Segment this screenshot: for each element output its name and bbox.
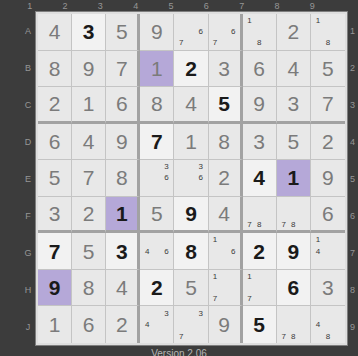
digit-C3: 6 xyxy=(116,93,128,114)
digit-J3: 2 xyxy=(116,314,128,335)
cell-B4[interactable]: 1 xyxy=(140,51,174,88)
cell-J1[interactable]: 1 xyxy=(38,306,72,343)
digit-D7: 3 xyxy=(253,131,265,152)
cell-E8[interactable]: 1 xyxy=(277,160,311,197)
cell-G9[interactable]: 14 xyxy=(311,233,345,270)
cell-C7[interactable]: 9 xyxy=(243,87,277,124)
candidate-marks-A6: 67 xyxy=(211,15,238,49)
cell-E6[interactable]: 2 xyxy=(209,160,243,197)
cell-D9[interactable]: 2 xyxy=(311,124,345,161)
cell-A7[interactable]: 18 xyxy=(243,14,277,51)
digit-C5: 4 xyxy=(185,93,197,114)
digit-F6: 4 xyxy=(218,203,230,224)
candidate-marks-J5: 37 xyxy=(176,307,205,342)
digit-F4: 5 xyxy=(151,203,163,224)
candidate-marks-J4: 34 xyxy=(142,307,171,342)
cell-F8[interactable]: 78 xyxy=(277,197,311,234)
cell-H6[interactable]: 17 xyxy=(209,270,243,307)
candidate-marks-F8: 78 xyxy=(279,198,308,230)
digit-J6: 9 xyxy=(218,314,230,335)
cell-G2[interactable]: 5 xyxy=(72,233,106,270)
digit-B7: 6 xyxy=(253,58,265,79)
row-number-4: 4 xyxy=(347,124,358,161)
row-label-H: H xyxy=(20,271,36,308)
row-label-A: A xyxy=(20,13,36,50)
cell-D5[interactable]: 1 xyxy=(174,124,208,161)
row-label-E: E xyxy=(20,161,36,198)
digit-E7: 4 xyxy=(253,167,265,188)
cell-J9[interactable]: 48 xyxy=(311,306,345,343)
cell-F6[interactable]: 4 xyxy=(209,197,243,234)
digit-G5: 8 xyxy=(185,241,197,262)
cell-J5[interactable]: 37 xyxy=(174,306,208,343)
cell-F4[interactable]: 5 xyxy=(140,197,174,234)
cell-H3[interactable]: 4 xyxy=(106,270,140,307)
digit-B3: 7 xyxy=(116,58,128,79)
cell-A2[interactable]: 3 xyxy=(72,14,106,51)
cell-D1[interactable]: 6 xyxy=(38,124,72,161)
digit-H9: 3 xyxy=(322,277,334,298)
digit-G1: 7 xyxy=(49,241,61,262)
candidate-marks-E4: 36 xyxy=(142,161,171,195)
digit-C1: 2 xyxy=(49,93,61,114)
cell-G1[interactable]: 7 xyxy=(38,233,72,270)
cell-H1[interactable]: 9 xyxy=(38,270,72,307)
cell-C8[interactable]: 3 xyxy=(277,87,311,124)
cell-J8[interactable]: 78 xyxy=(277,306,311,343)
digit-C4: 8 xyxy=(151,93,163,114)
digit-A1: 4 xyxy=(49,21,61,42)
row-number-9: 9 xyxy=(347,308,358,345)
cell-F7[interactable]: 78 xyxy=(243,197,277,234)
digit-G3: 3 xyxy=(116,241,128,262)
cell-A3[interactable]: 5 xyxy=(106,14,140,51)
cell-J7[interactable]: 5 xyxy=(243,306,277,343)
digit-B4: 1 xyxy=(151,58,163,79)
digit-A8: 2 xyxy=(287,21,299,42)
cell-D3[interactable]: 9 xyxy=(106,124,140,161)
sudoku-grid: 4359676718218897123645216845937649718352… xyxy=(36,12,347,345)
row-labels-right: 123456789 xyxy=(347,13,358,345)
candidate-marks-A5: 67 xyxy=(176,15,205,49)
digit-G7: 2 xyxy=(253,241,265,262)
cell-H4[interactable]: 2 xyxy=(140,270,174,307)
digit-B2: 9 xyxy=(83,58,95,79)
candidate-marks-G6: 16 xyxy=(211,234,238,268)
cell-B8[interactable]: 4 xyxy=(277,51,311,88)
row-label-B: B xyxy=(20,50,36,87)
digit-D1: 6 xyxy=(49,131,61,152)
row-number-2: 2 xyxy=(347,50,358,87)
digit-A3: 5 xyxy=(116,21,128,42)
cell-J6[interactable]: 9 xyxy=(209,306,243,343)
row-label-F: F xyxy=(20,197,36,234)
digit-H2: 8 xyxy=(83,277,95,298)
cell-F9[interactable]: 6 xyxy=(311,197,345,234)
digit-H4: 2 xyxy=(151,277,163,298)
cell-H8[interactable]: 6 xyxy=(277,270,311,307)
digit-B1: 8 xyxy=(49,58,61,79)
cell-G7[interactable]: 2 xyxy=(243,233,277,270)
cell-H7[interactable]: 17 xyxy=(243,270,277,307)
digit-A4: 9 xyxy=(151,21,163,42)
row-number-7: 7 xyxy=(347,234,358,271)
cell-E5[interactable]: 36 xyxy=(174,160,208,197)
cell-F3[interactable]: 1 xyxy=(106,197,140,234)
digit-F1: 3 xyxy=(49,203,61,224)
cell-A5[interactable]: 67 xyxy=(174,14,208,51)
digit-C8: 3 xyxy=(287,93,299,114)
candidate-marks-G9: 14 xyxy=(313,234,343,268)
row-label-C: C xyxy=(20,87,36,124)
digit-D6: 8 xyxy=(218,131,230,152)
digit-J2: 6 xyxy=(83,314,95,335)
digit-E3: 8 xyxy=(116,167,128,188)
row-label-J: J xyxy=(20,308,36,345)
cell-E2[interactable]: 7 xyxy=(72,160,106,197)
cell-H2[interactable]: 8 xyxy=(72,270,106,307)
digit-A2: 3 xyxy=(83,21,95,42)
cell-C9[interactable]: 7 xyxy=(311,87,345,124)
digit-E9: 9 xyxy=(322,167,334,188)
cell-A1[interactable]: 4 xyxy=(38,14,72,51)
digit-B8: 4 xyxy=(287,58,299,79)
cell-A4[interactable]: 9 xyxy=(140,14,174,51)
cell-B5[interactable]: 2 xyxy=(174,51,208,88)
cell-A6[interactable]: 67 xyxy=(209,14,243,51)
digit-J1: 1 xyxy=(49,314,61,335)
digit-G8: 9 xyxy=(287,241,299,262)
cell-E3[interactable]: 8 xyxy=(106,160,140,197)
row-number-1: 1 xyxy=(347,13,358,50)
digit-E8: 1 xyxy=(287,167,299,188)
digit-D3: 9 xyxy=(116,131,128,152)
cell-J3[interactable]: 2 xyxy=(106,306,140,343)
cell-D2[interactable]: 4 xyxy=(72,124,106,161)
cell-C3[interactable]: 6 xyxy=(106,87,140,124)
cell-C6[interactable]: 5 xyxy=(209,87,243,124)
row-number-3: 3 xyxy=(347,87,358,124)
cell-B1[interactable]: 8 xyxy=(38,51,72,88)
candidate-marks-F7: 78 xyxy=(245,198,274,230)
candidate-marks-A7: 18 xyxy=(245,15,274,49)
cell-A8[interactable]: 2 xyxy=(277,14,311,51)
digit-B6: 3 xyxy=(218,58,230,79)
digit-C9: 7 xyxy=(322,93,334,114)
candidate-marks-H6: 17 xyxy=(211,271,238,305)
digit-C2: 1 xyxy=(83,93,95,114)
row-labels-left: ABCDEFGHJ xyxy=(20,13,36,345)
digit-F2: 2 xyxy=(83,203,95,224)
digit-D9: 2 xyxy=(322,131,334,152)
candidate-marks-A9: 18 xyxy=(313,15,343,49)
cell-D7[interactable]: 3 xyxy=(243,124,277,161)
cell-C1[interactable]: 2 xyxy=(38,87,72,124)
digit-H3: 4 xyxy=(116,277,128,298)
row-number-6: 6 xyxy=(347,197,358,234)
cell-E4[interactable]: 36 xyxy=(140,160,174,197)
digit-D4: 7 xyxy=(151,131,163,152)
digit-B9: 5 xyxy=(322,58,334,79)
candidate-marks-J8: 78 xyxy=(279,307,308,342)
digit-G2: 5 xyxy=(83,241,95,262)
digit-E1: 5 xyxy=(49,167,61,188)
row-number-8: 8 xyxy=(347,271,358,308)
cell-G5[interactable]: 8 xyxy=(174,233,208,270)
digit-D5: 1 xyxy=(185,131,197,152)
digit-D2: 4 xyxy=(83,131,95,152)
candidate-marks-G4: 46 xyxy=(142,234,171,268)
cell-B7[interactable]: 6 xyxy=(243,51,277,88)
cell-D8[interactable]: 5 xyxy=(277,124,311,161)
candidate-marks-E5: 36 xyxy=(176,161,205,195)
digit-F3: 1 xyxy=(116,203,128,224)
cell-C2[interactable]: 1 xyxy=(72,87,106,124)
digit-D8: 5 xyxy=(287,131,299,152)
cell-E9[interactable]: 9 xyxy=(311,160,345,197)
row-label-D: D xyxy=(20,124,36,161)
digit-F5: 9 xyxy=(185,203,197,224)
status-bar-text: Version 2.06 xyxy=(0,348,358,356)
cell-B2[interactable]: 9 xyxy=(72,51,106,88)
row-label-G: G xyxy=(20,234,36,271)
sudoku-app-window: 123456789 ABCDEFGHJ 123456789 4359676718… xyxy=(0,0,358,356)
digit-J7: 5 xyxy=(253,314,265,335)
cell-D6[interactable]: 8 xyxy=(209,124,243,161)
digit-H8: 6 xyxy=(287,277,299,298)
digit-H5: 5 xyxy=(185,277,197,298)
candidate-marks-H7: 17 xyxy=(245,271,274,305)
cell-H5[interactable]: 5 xyxy=(174,270,208,307)
cell-H9[interactable]: 3 xyxy=(311,270,345,307)
cell-G4[interactable]: 46 xyxy=(140,233,174,270)
cell-B6[interactable]: 3 xyxy=(209,51,243,88)
digit-E2: 7 xyxy=(83,167,95,188)
candidate-marks-J9: 48 xyxy=(313,307,343,342)
cell-F1[interactable]: 3 xyxy=(38,197,72,234)
cell-C4[interactable]: 8 xyxy=(140,87,174,124)
cell-G6[interactable]: 16 xyxy=(209,233,243,270)
cell-G8[interactable]: 9 xyxy=(277,233,311,270)
digit-H1: 9 xyxy=(49,277,61,298)
cell-J4[interactable]: 34 xyxy=(140,306,174,343)
cell-E7[interactable]: 4 xyxy=(243,160,277,197)
cell-E1[interactable]: 5 xyxy=(38,160,72,197)
digit-C6: 5 xyxy=(218,93,230,114)
cell-C5[interactable]: 4 xyxy=(174,87,208,124)
cell-F2[interactable]: 2 xyxy=(72,197,106,234)
digit-C7: 9 xyxy=(253,93,265,114)
cell-J2[interactable]: 6 xyxy=(72,306,106,343)
digit-F9: 6 xyxy=(322,203,334,224)
cell-G3[interactable]: 3 xyxy=(106,233,140,270)
row-number-5: 5 xyxy=(347,161,358,198)
cell-D4[interactable]: 7 xyxy=(140,124,174,161)
cell-B3[interactable]: 7 xyxy=(106,51,140,88)
cell-B9[interactable]: 5 xyxy=(311,51,345,88)
digit-E6: 2 xyxy=(218,167,230,188)
cell-F5[interactable]: 9 xyxy=(174,197,208,234)
digit-B5: 2 xyxy=(185,58,197,79)
cell-A9[interactable]: 18 xyxy=(311,14,345,51)
